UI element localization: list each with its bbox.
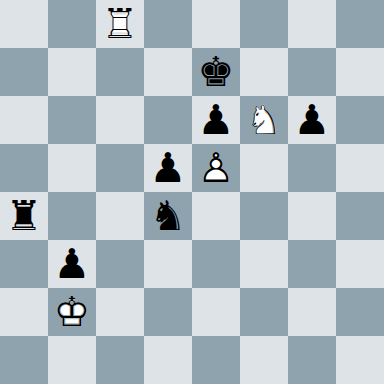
square-g2[interactable] <box>288 288 336 336</box>
square-a5[interactable] <box>0 144 48 192</box>
square-h4[interactable] <box>336 192 384 240</box>
square-c6[interactable] <box>96 96 144 144</box>
square-d8[interactable] <box>144 0 192 48</box>
square-g6[interactable]: ♟ <box>288 96 336 144</box>
piece-white-king[interactable]: ♔ <box>48 288 96 336</box>
square-b1[interactable] <box>48 336 96 384</box>
square-c7[interactable] <box>96 48 144 96</box>
piece-white-knight[interactable]: ♘ <box>240 96 288 144</box>
square-h8[interactable] <box>336 0 384 48</box>
square-f6[interactable]: ♞♘ <box>240 96 288 144</box>
square-g1[interactable] <box>288 336 336 384</box>
square-g3[interactable] <box>288 240 336 288</box>
square-e2[interactable] <box>192 288 240 336</box>
square-b8[interactable] <box>48 0 96 48</box>
square-a2[interactable] <box>0 288 48 336</box>
piece-black-rook[interactable]: ♜ <box>0 192 48 240</box>
square-c4[interactable] <box>96 192 144 240</box>
square-f2[interactable] <box>240 288 288 336</box>
piece-black-pawn[interactable]: ♟ <box>288 96 336 144</box>
square-g4[interactable] <box>288 192 336 240</box>
square-b6[interactable] <box>48 96 96 144</box>
square-a3[interactable] <box>0 240 48 288</box>
square-g8[interactable] <box>288 0 336 48</box>
square-a7[interactable] <box>0 48 48 96</box>
square-h2[interactable] <box>336 288 384 336</box>
square-e6[interactable]: ♟ <box>192 96 240 144</box>
square-d3[interactable] <box>144 240 192 288</box>
square-f1[interactable] <box>240 336 288 384</box>
square-h3[interactable] <box>336 240 384 288</box>
square-e4[interactable] <box>192 192 240 240</box>
square-d1[interactable] <box>144 336 192 384</box>
square-c2[interactable] <box>96 288 144 336</box>
square-c8[interactable]: ♜♖ <box>96 0 144 48</box>
chess-board: ♜♖♚♟♞♘♟♟♟♙♜♞♟♚♔ <box>0 0 384 384</box>
square-h7[interactable] <box>336 48 384 96</box>
square-b5[interactable] <box>48 144 96 192</box>
square-h6[interactable] <box>336 96 384 144</box>
square-b4[interactable] <box>48 192 96 240</box>
square-b7[interactable] <box>48 48 96 96</box>
piece-white-rook[interactable]: ♖ <box>96 0 144 48</box>
square-b2[interactable]: ♚♔ <box>48 288 96 336</box>
square-f8[interactable] <box>240 0 288 48</box>
square-f4[interactable] <box>240 192 288 240</box>
square-a8[interactable] <box>0 0 48 48</box>
square-f3[interactable] <box>240 240 288 288</box>
square-d6[interactable] <box>144 96 192 144</box>
square-e3[interactable] <box>192 240 240 288</box>
square-f5[interactable] <box>240 144 288 192</box>
square-d4[interactable]: ♞ <box>144 192 192 240</box>
piece-black-knight[interactable]: ♞ <box>144 192 192 240</box>
square-d7[interactable] <box>144 48 192 96</box>
square-c1[interactable] <box>96 336 144 384</box>
piece-black-king[interactable]: ♚ <box>192 48 240 96</box>
square-h5[interactable] <box>336 144 384 192</box>
piece-black-pawn[interactable]: ♟ <box>48 240 96 288</box>
piece-white-pawn[interactable]: ♙ <box>192 144 240 192</box>
square-f7[interactable] <box>240 48 288 96</box>
square-b3[interactable]: ♟ <box>48 240 96 288</box>
square-a4[interactable]: ♜ <box>0 192 48 240</box>
square-e7[interactable]: ♚ <box>192 48 240 96</box>
square-g7[interactable] <box>288 48 336 96</box>
square-e1[interactable] <box>192 336 240 384</box>
square-d5[interactable]: ♟ <box>144 144 192 192</box>
square-g5[interactable] <box>288 144 336 192</box>
square-d2[interactable] <box>144 288 192 336</box>
square-h1[interactable] <box>336 336 384 384</box>
square-e5[interactable]: ♟♙ <box>192 144 240 192</box>
square-c3[interactable] <box>96 240 144 288</box>
square-a1[interactable] <box>0 336 48 384</box>
piece-black-pawn[interactable]: ♟ <box>144 144 192 192</box>
piece-black-pawn[interactable]: ♟ <box>192 96 240 144</box>
square-a6[interactable] <box>0 96 48 144</box>
square-e8[interactable] <box>192 0 240 48</box>
square-c5[interactable] <box>96 144 144 192</box>
